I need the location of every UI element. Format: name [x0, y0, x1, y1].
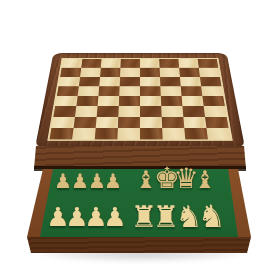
piece-white-pawn: ♟ — [104, 171, 122, 191]
drawer-pieces-layer: ♟♟♟♟♝♚♛♝♟♟♟♟♜♜♞♞ — [0, 0, 280, 280]
piece-white-pawn: ♟ — [54, 171, 72, 191]
piece-white-bishop: ♝ — [194, 168, 216, 192]
piece-white-pawn: ♟ — [103, 204, 126, 230]
product-photo: ♟♟♟♟♝♚♛♝♟♟♟♟♜♜♞♞ — [0, 0, 280, 280]
piece-white-knight: ♞ — [198, 201, 226, 232]
piece-white-pawn: ♟ — [71, 171, 89, 191]
